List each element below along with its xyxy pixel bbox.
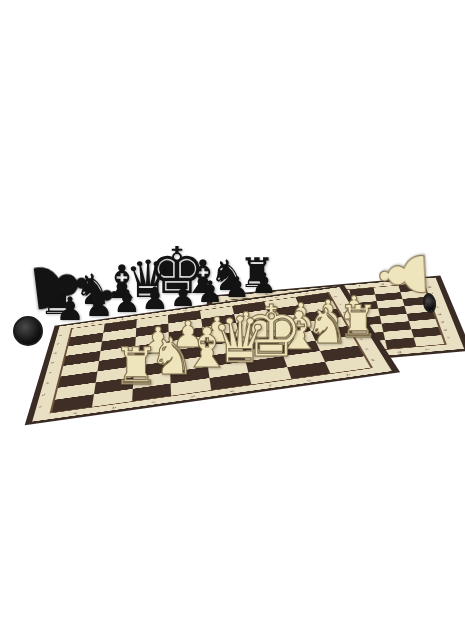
coordinate-label: 7 (56, 342, 66, 345)
white-pawn-lying: ♟ (372, 246, 437, 305)
chess-set-photo: abcdefgh abcdefgh 87654321 87654321 abcd… (0, 0, 465, 640)
coordinate-label: 3 (440, 320, 451, 323)
coordinate-label: g (397, 351, 402, 354)
coordinate-label: 5 (435, 306, 446, 309)
coordinate-label: 2 (443, 328, 454, 331)
coordinate-label: c (152, 401, 156, 404)
coordinate-label: a (73, 412, 78, 415)
coordinate-label: 5 (51, 361, 61, 364)
coordinate-label: f (359, 285, 361, 287)
coordinate-label: 2 (42, 392, 53, 396)
white-rook: ♜ (113, 341, 159, 392)
coordinate-label: b (112, 406, 117, 409)
coordinate-label: 4 (438, 313, 449, 316)
board-square (385, 338, 415, 349)
coordinate-label: d (190, 395, 195, 398)
black-pawn-lying: ♟ (21, 251, 98, 322)
black-pawn: ♟ (170, 281, 197, 311)
coordinate-label: 1 (38, 404, 50, 408)
coordinate-label: f (269, 384, 272, 387)
coordinate-label: h (305, 292, 309, 294)
coordinate-label: 6 (53, 351, 63, 354)
coordinate-label: 1 (370, 357, 382, 361)
black-pawn: ♟ (141, 283, 169, 314)
coordinate-label: 3 (45, 381, 56, 385)
coordinate-label: h (425, 348, 430, 351)
coordinate-label: 8 (58, 334, 67, 337)
coordinate-label: e (230, 390, 235, 393)
coordinate-label: 4 (48, 371, 59, 374)
board-square (413, 335, 444, 346)
coordinate-label: h (346, 373, 351, 376)
coordinate-label: g (306, 379, 311, 382)
coordinate-label: 1 (446, 336, 458, 339)
felt-base (13, 316, 43, 346)
